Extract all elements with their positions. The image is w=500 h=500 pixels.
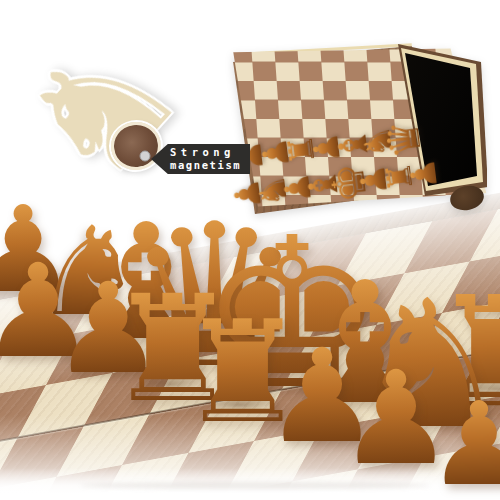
callout-text-line1: Strong <box>170 146 250 159</box>
magnet-dot <box>140 151 151 162</box>
main-board-piece-pawn: ♟ <box>427 387 500 500</box>
attached-piece-queen: ♛ <box>380 117 428 162</box>
magnet-callout-tag: Strong magnetism <box>151 144 250 174</box>
attached-piece-pawn: ♟ <box>405 156 444 191</box>
magnet-demo-group: ♞ Strong magnetism <box>40 60 252 190</box>
callout-text-line2: magnetism <box>170 159 250 172</box>
product-photo-stage: ♟♞♟♟♝♜♛♜♚♟♝♟♞♟♜ ♟♟♜♟♝♞♛♟♞♟♝♚♟♜♟ ♞ Strong… <box>0 0 500 500</box>
